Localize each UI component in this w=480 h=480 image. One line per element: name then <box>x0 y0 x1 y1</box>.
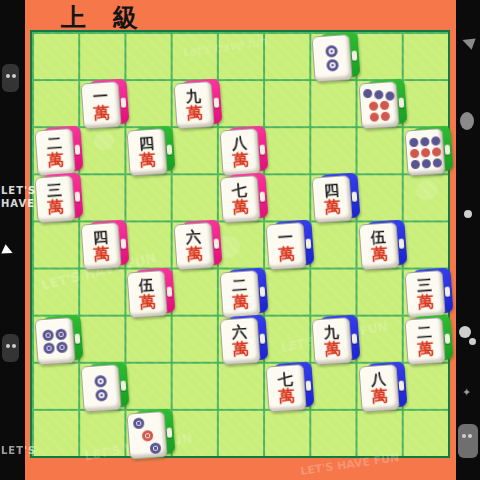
tile-face-8m: 八萬 <box>358 364 399 413</box>
blob-doodle <box>459 326 471 338</box>
pin-dot-row <box>82 374 119 388</box>
tile-5m-r6c3[interactable]: 伍萬 <box>127 267 176 318</box>
arrow-doodle-icon <box>460 34 475 49</box>
tile-face-7m: 七萬 <box>219 175 260 224</box>
pin-dot-row <box>361 111 398 122</box>
tile-face-7p <box>358 81 399 130</box>
tile-7m-r8c6[interactable]: 七萬 <box>265 361 314 412</box>
pin-circle-red <box>409 148 419 158</box>
pin-circle-red <box>380 111 390 121</box>
tile-face-5m: 伍萬 <box>358 222 399 271</box>
tile-1m-r2c2[interactable]: 一萬 <box>81 79 130 130</box>
man-suit-char: 萬 <box>140 294 157 311</box>
photo-margin-left: LET'S HAVE LET'S <box>0 0 25 480</box>
pin-dot-row <box>407 158 444 169</box>
tile-5m-r5c8[interactable]: 伍萬 <box>358 220 407 271</box>
pin-dot-row <box>360 89 397 100</box>
man-number-char: 三 <box>416 277 432 294</box>
tile-3p-r9c3[interactable] <box>127 408 176 459</box>
pin-dot-row <box>406 136 443 147</box>
star-doodle-icon: ✦ <box>462 386 471 399</box>
pin-circle-red <box>420 148 430 158</box>
tile-6m-r5c4[interactable]: 六萬 <box>173 220 222 271</box>
man-suit-char: 萬 <box>47 152 64 169</box>
tile-4m-r5c2[interactable]: 四萬 <box>81 220 130 271</box>
watermark-blob-3 <box>94 132 114 150</box>
pin-dot-row <box>83 388 120 402</box>
blob-doodle <box>464 210 472 218</box>
tile-face-3m: 三萬 <box>404 270 445 319</box>
gamepad-doodle-icon <box>458 424 478 458</box>
pin-circle-blue <box>325 45 338 58</box>
man-suit-char: 萬 <box>324 341 341 358</box>
tile-3m-r6c9[interactable]: 三萬 <box>404 267 453 318</box>
pin-circle-blue <box>56 341 68 353</box>
tile-6m-r7c5[interactable]: 六萬 <box>219 314 268 365</box>
man-suit-char: 萬 <box>232 199 249 216</box>
blob-doodle <box>469 338 476 345</box>
pin-circle-blue <box>384 91 394 101</box>
man-suit-char: 萬 <box>278 388 295 405</box>
pin-circle-blue <box>421 159 431 169</box>
tile-face-2p <box>312 34 353 83</box>
tile-face-9p <box>404 128 445 177</box>
pin-circle-red <box>368 101 378 111</box>
tile-4m-r4c7[interactable]: 四萬 <box>312 173 361 224</box>
man-suit-char: 萬 <box>232 341 249 358</box>
tile-face-2m: 二萬 <box>404 317 445 366</box>
tile-face-4m: 四萬 <box>312 175 353 224</box>
tile-9m-r2c4[interactable]: 九萬 <box>173 79 222 130</box>
tile-face-1m: 一萬 <box>81 81 122 130</box>
pin-circle-blue <box>373 90 383 100</box>
tile-face-2p <box>81 364 122 413</box>
pin-circle-blue <box>55 328 67 340</box>
man-suit-char: 萬 <box>417 341 434 358</box>
arrow-doodle-icon <box>1 244 14 257</box>
pin-dot-row <box>128 415 165 428</box>
pin-circle-blue <box>150 442 162 454</box>
man-suit-char: 萬 <box>186 105 203 122</box>
pin-circle-red <box>369 112 379 122</box>
tile-face-8m: 八萬 <box>219 128 260 177</box>
pin-dot-row <box>129 428 166 441</box>
man-number-char: 二 <box>231 277 247 294</box>
pin-dot-row <box>315 58 352 72</box>
pin-dot-row <box>130 441 167 454</box>
man-suit-char: 萬 <box>232 152 249 169</box>
tile-face-1m: 一萬 <box>266 222 307 271</box>
tile-1m-r5c6[interactable]: 一萬 <box>265 220 314 271</box>
blob-doodle <box>460 112 474 130</box>
pin-circle-red <box>379 100 389 110</box>
man-suit-char: 萬 <box>186 247 203 264</box>
pin-dot-row <box>314 44 351 58</box>
man-suit-char: 萬 <box>47 199 64 216</box>
watermark-blob-2 <box>416 180 438 200</box>
gamepad-doodle-icon <box>2 334 19 362</box>
gamepad-doodle-icon <box>2 64 19 92</box>
tile-8m-r8c8[interactable]: 八萬 <box>358 361 407 412</box>
game-board: Let's have fun LET'S HAVE FUN LET'S HAVE… <box>30 30 450 458</box>
pin-circle-blue <box>95 389 108 402</box>
tile-face-4p <box>35 317 76 366</box>
pin-circle-red <box>431 147 441 157</box>
pin-circle-blue <box>430 136 440 146</box>
tile-face-7m: 七萬 <box>266 364 307 413</box>
pin-dot-row <box>360 100 397 111</box>
tile-8m-r3c5[interactable]: 八萬 <box>219 126 268 177</box>
man-suit-char: 萬 <box>93 247 110 264</box>
tile-2m-r7c9[interactable]: 二萬 <box>404 314 453 365</box>
tile-7p-r2c8[interactable] <box>358 79 407 130</box>
pin-circle-blue <box>432 158 442 168</box>
tile-2m-r3c1[interactable]: 二萬 <box>34 126 83 177</box>
tile-face-5m: 伍萬 <box>127 270 168 319</box>
pin-dot-row <box>407 147 444 158</box>
tile-face-3m: 三萬 <box>35 175 76 224</box>
tile-3m-r4c1[interactable]: 三萬 <box>34 173 83 224</box>
man-suit-char: 萬 <box>278 247 295 264</box>
tile-face-6m: 六萬 <box>173 222 214 271</box>
tile-4m-r3c3[interactable]: 四萬 <box>127 126 176 177</box>
tile-face-9m: 九萬 <box>173 81 214 130</box>
pin-circle-blue <box>42 329 54 341</box>
man-suit-char: 萬 <box>417 294 434 311</box>
tile-9p-r3c9[interactable] <box>404 126 453 177</box>
man-suit-char: 萬 <box>324 199 341 216</box>
pin-circle-blue <box>133 417 145 429</box>
tile-9m-r7c7[interactable]: 九萬 <box>312 314 361 365</box>
tile-4p-r7c1[interactable] <box>34 314 83 365</box>
pin-circle-blue <box>410 159 420 169</box>
tile-7m-r4c5[interactable]: 七萬 <box>219 173 268 224</box>
man-suit-char: 萬 <box>371 247 388 264</box>
pin-circle-blue <box>362 88 372 98</box>
tile-2p-r1c7[interactable] <box>312 31 361 82</box>
pin-dot-row <box>37 341 74 354</box>
pin-circle-blue <box>326 59 339 72</box>
tile-face-4m: 四萬 <box>81 222 122 271</box>
tile-face-3p <box>127 411 168 460</box>
tile-face-2m: 二萬 <box>35 128 76 177</box>
tile-face-2m: 二萬 <box>219 270 260 319</box>
screen: { "game": "mahjong-tile-matching-puzzle"… <box>0 0 480 480</box>
man-suit-char: 萬 <box>93 105 110 122</box>
tile-face-6m: 六萬 <box>219 317 260 366</box>
brand-text-fragment: LET'S <box>1 444 36 457</box>
watermark-script: Let's have fun <box>181 34 267 60</box>
man-suit-char: 萬 <box>371 388 388 405</box>
photo-margin-right: ✦ <box>456 0 480 480</box>
pin-circle-red <box>142 429 154 441</box>
brand-text-fragment: LET'S HAVE <box>1 184 36 210</box>
man-suit-char: 萬 <box>140 152 157 169</box>
pin-circle-blue <box>43 342 55 354</box>
tile-2p-r8c2[interactable] <box>81 361 130 412</box>
man-suit-char: 萬 <box>232 294 249 311</box>
pin-circle-blue <box>408 137 418 147</box>
tile-face-4m: 四萬 <box>127 128 168 177</box>
tile-2m-r6c5[interactable]: 二萬 <box>219 267 268 318</box>
pin-dot-row <box>36 328 73 341</box>
tile-face-9m: 九萬 <box>312 317 353 366</box>
pin-circle-blue <box>94 375 107 388</box>
pin-circle-blue <box>419 137 429 147</box>
